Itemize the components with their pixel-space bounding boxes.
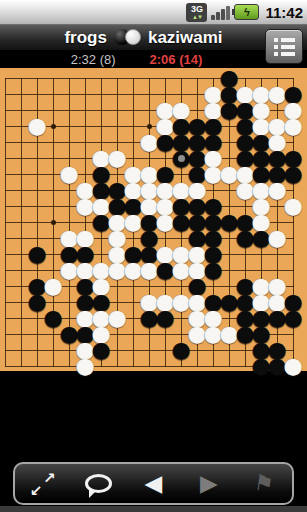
bottom-edge-strip	[0, 506, 307, 512]
player-right-name: kaziwami	[148, 28, 223, 48]
grid-line	[5, 366, 294, 367]
hoshi-point	[51, 124, 56, 129]
hoshi-point	[243, 124, 248, 129]
grid-line	[5, 302, 294, 303]
game-header: frogs kaziwami	[0, 25, 307, 50]
bottom-toolbar: ↗↙ ◀ ▶ ⚑	[13, 462, 294, 505]
hoshi-point	[147, 220, 152, 225]
grid-line	[5, 286, 294, 287]
grid-line	[5, 270, 294, 271]
hoshi-point	[147, 124, 152, 129]
hoshi-point	[243, 220, 248, 225]
status-time: 11:42	[265, 4, 303, 21]
grid-line	[5, 350, 294, 351]
menu-button[interactable]	[265, 29, 303, 64]
3g-arrows: ▲▼	[192, 14, 202, 20]
signal-strength-icon	[211, 4, 230, 20]
flag-button[interactable]: ⚑	[242, 467, 286, 501]
grid-line	[229, 78, 230, 367]
left-player-clock: 2:32 (8)	[71, 52, 116, 67]
grid-line	[213, 78, 214, 367]
grid-line	[5, 238, 294, 239]
back-button[interactable]: ◀	[131, 467, 175, 501]
grid-line	[293, 78, 294, 367]
battery-charging-icon: ϟ	[234, 4, 259, 20]
grid-line	[277, 78, 278, 367]
grid-line	[165, 78, 166, 367]
grid-line	[181, 78, 182, 367]
3g-data-icon: 3G ▲▼	[186, 3, 207, 22]
last-move-marker	[178, 155, 185, 162]
grid-line	[261, 78, 262, 367]
grid-line	[197, 78, 198, 367]
hoshi-point	[147, 316, 152, 321]
white-stone-icon	[125, 29, 141, 45]
black-white-stone-pair-icon	[114, 29, 141, 46]
speech-bubble-icon	[85, 474, 112, 493]
clocks-bar: 2:32 (8) 2:06 (14)	[0, 50, 307, 68]
left-triangle-icon: ◀	[145, 472, 163, 495]
right-triangle-icon: ▶	[200, 472, 218, 495]
menu-list-icon	[274, 38, 295, 42]
flag-icon: ⚑	[253, 470, 276, 498]
status-bar: 3G ▲▼ ϟ 11:42	[0, 0, 307, 25]
right-player-clock: 2:06 (14)	[150, 52, 203, 67]
hoshi-point	[243, 316, 248, 321]
fullscreen-button[interactable]: ↗↙	[21, 467, 65, 501]
expand-arrows-icon: ↗↙	[31, 472, 55, 496]
app-screen: 3G ▲▼ ϟ 11:42 frogs kaziwami 2:32 (8) 2:…	[0, 0, 307, 512]
go-board[interactable]: ●●●●●●●●●●●●●●●●●●●●●●●●●●●●●●●●●●●●●●●●…	[0, 68, 307, 371]
hoshi-point	[51, 220, 56, 225]
grid-line	[5, 254, 294, 255]
hoshi-point	[51, 316, 56, 321]
player-left-name: frogs	[64, 28, 107, 48]
forward-button[interactable]: ▶	[187, 467, 231, 501]
grid-line	[5, 334, 294, 335]
chat-button[interactable]	[76, 467, 120, 501]
